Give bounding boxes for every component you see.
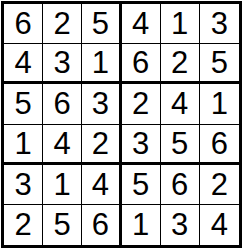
sudoku-cell[interactable]: 5 (200, 44, 239, 84)
sudoku-cell[interactable]: 3 (4, 165, 43, 205)
sudoku-cell[interactable]: 6 (200, 125, 239, 165)
sudoku-cell[interactable]: 4 (4, 44, 43, 84)
sudoku-cell[interactable]: 6 (82, 205, 121, 245)
sudoku-cell[interactable]: 5 (82, 4, 121, 44)
sudoku-cell[interactable]: 6 (122, 44, 161, 84)
sudoku-cell[interactable]: 3 (43, 44, 82, 84)
sudoku-cell[interactable]: 4 (161, 84, 200, 124)
sudoku-cell[interactable]: 5 (43, 205, 82, 245)
sudoku-cell[interactable]: 3 (82, 84, 121, 124)
sudoku-cell[interactable]: 3 (200, 4, 239, 44)
sudoku-cell[interactable]: 2 (200, 165, 239, 205)
sudoku-cell[interactable]: 1 (43, 165, 82, 205)
sudoku-cell[interactable]: 1 (4, 125, 43, 165)
sudoku-cell[interactable]: 1 (122, 205, 161, 245)
sudoku-cell[interactable]: 5 (122, 165, 161, 205)
sudoku-cell[interactable]: 2 (43, 4, 82, 44)
sudoku-cell[interactable]: 2 (122, 84, 161, 124)
sudoku-cell[interactable]: 4 (122, 4, 161, 44)
sudoku-cell[interactable]: 6 (43, 84, 82, 124)
sudoku-cell[interactable]: 5 (4, 84, 43, 124)
sudoku-cell[interactable]: 2 (161, 44, 200, 84)
sudoku-cell[interactable]: 4 (43, 125, 82, 165)
sudoku-cell[interactable]: 3 (122, 125, 161, 165)
sudoku-cell[interactable]: 2 (82, 125, 121, 165)
sudoku-cell[interactable]: 6 (4, 4, 43, 44)
sudoku-cell[interactable]: 6 (161, 165, 200, 205)
sudoku-cell[interactable]: 1 (161, 4, 200, 44)
sudoku-cell[interactable]: 2 (4, 205, 43, 245)
sudoku-cell[interactable]: 1 (82, 44, 121, 84)
sudoku-cell[interactable]: 1 (200, 84, 239, 124)
sudoku-cell[interactable]: 3 (161, 205, 200, 245)
sudoku-cell[interactable]: 5 (161, 125, 200, 165)
sudoku-cell[interactable]: 4 (200, 205, 239, 245)
sudoku-board: 625413431625563241142356314562256134 (1, 1, 242, 248)
sudoku-cell[interactable]: 4 (82, 165, 121, 205)
